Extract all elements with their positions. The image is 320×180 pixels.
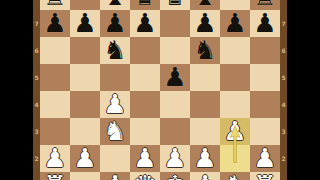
square-b7[interactable]: ♟ xyxy=(70,10,100,37)
piece-black-pawn[interactable]: ♟ xyxy=(250,10,280,37)
square-f5[interactable] xyxy=(190,64,220,91)
square-h7[interactable]: ♟ xyxy=(250,10,280,37)
square-g1[interactable]: ♞ xyxy=(220,172,250,180)
piece-black-knight[interactable]: ♞ xyxy=(100,37,130,64)
square-g2[interactable] xyxy=(220,145,250,172)
square-g6[interactable] xyxy=(220,37,250,64)
square-a4[interactable] xyxy=(40,91,70,118)
rank-label-5-left: 5 xyxy=(33,75,40,81)
rank-label-3-right: 3 xyxy=(280,129,287,135)
video-frame: ♜♝♛♚♝♜♟♟♟♟♟♟♟♞♞♟♟♞♟♟♟♟♟♟♟♜♝♛♚♝♞♜ 8765432… xyxy=(0,0,320,180)
square-f1[interactable]: ♝ xyxy=(190,172,220,180)
square-e3[interactable] xyxy=(160,118,190,145)
piece-white-king[interactable]: ♚ xyxy=(160,172,190,180)
square-b1[interactable] xyxy=(70,172,100,180)
square-d7[interactable]: ♟ xyxy=(130,10,160,37)
board-frame-left xyxy=(33,0,40,180)
piece-white-rook[interactable]: ♜ xyxy=(250,172,280,180)
piece-white-pawn[interactable]: ♟ xyxy=(160,145,190,172)
square-d3[interactable] xyxy=(130,118,160,145)
piece-white-knight[interactable]: ♞ xyxy=(100,118,130,145)
square-c1[interactable]: ♝ xyxy=(100,172,130,180)
square-b4[interactable] xyxy=(70,91,100,118)
rank-label-3-left: 3 xyxy=(33,129,40,135)
piece-black-pawn[interactable]: ♟ xyxy=(70,10,100,37)
square-a5[interactable] xyxy=(40,64,70,91)
piece-white-pawn[interactable]: ♟ xyxy=(130,145,160,172)
rank-label-7-right: 7 xyxy=(280,21,287,27)
square-e6[interactable] xyxy=(160,37,190,64)
rank-label-4-left: 4 xyxy=(33,102,40,108)
chess-board[interactable]: ♜♝♛♚♝♜♟♟♟♟♟♟♟♞♞♟♟♞♟♟♟♟♟♟♟♜♝♛♚♝♞♜ xyxy=(40,0,280,180)
square-f3[interactable] xyxy=(190,118,220,145)
square-d4[interactable] xyxy=(130,91,160,118)
piece-white-queen[interactable]: ♛ xyxy=(130,172,160,180)
square-h4[interactable] xyxy=(250,91,280,118)
square-e5[interactable]: ♟ xyxy=(160,64,190,91)
piece-white-pawn[interactable]: ♟ xyxy=(40,145,70,172)
square-a6[interactable] xyxy=(40,37,70,64)
square-a7[interactable]: ♟ xyxy=(40,10,70,37)
square-h3[interactable] xyxy=(250,118,280,145)
square-h2[interactable]: ♟ xyxy=(250,145,280,172)
square-a1[interactable]: ♜ xyxy=(40,172,70,180)
piece-white-pawn[interactable]: ♟ xyxy=(250,145,280,172)
board-frame-right xyxy=(280,0,287,180)
square-e4[interactable] xyxy=(160,91,190,118)
piece-white-pawn[interactable]: ♟ xyxy=(220,118,250,145)
piece-white-pawn[interactable]: ♟ xyxy=(70,145,100,172)
rank-label-7-left: 7 xyxy=(33,21,40,27)
square-f4[interactable] xyxy=(190,91,220,118)
rank-label-6-right: 6 xyxy=(280,48,287,54)
piece-black-knight[interactable]: ♞ xyxy=(190,37,220,64)
square-h5[interactable] xyxy=(250,64,280,91)
square-d5[interactable] xyxy=(130,64,160,91)
square-d2[interactable]: ♟ xyxy=(130,145,160,172)
piece-black-king[interactable]: ♚ xyxy=(160,0,190,10)
piece-white-rook[interactable]: ♜ xyxy=(40,172,70,180)
piece-white-bishop[interactable]: ♝ xyxy=(100,172,130,180)
piece-black-pawn[interactable]: ♟ xyxy=(190,10,220,37)
square-b6[interactable] xyxy=(70,37,100,64)
piece-white-knight[interactable]: ♞ xyxy=(220,172,250,180)
square-c4[interactable]: ♟ xyxy=(100,91,130,118)
square-a3[interactable] xyxy=(40,118,70,145)
rank-label-2-right: 2 xyxy=(280,156,287,162)
square-c6[interactable]: ♞ xyxy=(100,37,130,64)
piece-black-pawn[interactable]: ♟ xyxy=(220,10,250,37)
square-c3[interactable]: ♞ xyxy=(100,118,130,145)
piece-black-pawn[interactable]: ♟ xyxy=(40,10,70,37)
piece-black-pawn[interactable]: ♟ xyxy=(130,10,160,37)
square-h6[interactable] xyxy=(250,37,280,64)
square-f7[interactable]: ♟ xyxy=(190,10,220,37)
rank-label-4-right: 4 xyxy=(280,102,287,108)
square-e1[interactable]: ♚ xyxy=(160,172,190,180)
square-e7[interactable] xyxy=(160,10,190,37)
square-f2[interactable]: ♟ xyxy=(190,145,220,172)
rank-label-6-left: 6 xyxy=(33,48,40,54)
piece-black-pawn[interactable]: ♟ xyxy=(160,64,190,91)
square-h1[interactable]: ♜ xyxy=(250,172,280,180)
square-c5[interactable] xyxy=(100,64,130,91)
square-d6[interactable] xyxy=(130,37,160,64)
square-b2[interactable]: ♟ xyxy=(70,145,100,172)
square-c7[interactable]: ♟ xyxy=(100,10,130,37)
piece-black-pawn[interactable]: ♟ xyxy=(100,10,130,37)
square-b5[interactable] xyxy=(70,64,100,91)
square-d1[interactable]: ♛ xyxy=(130,172,160,180)
square-g7[interactable]: ♟ xyxy=(220,10,250,37)
square-f6[interactable]: ♞ xyxy=(190,37,220,64)
rank-label-2-left: 2 xyxy=(33,156,40,162)
square-g4[interactable] xyxy=(220,91,250,118)
piece-white-pawn[interactable]: ♟ xyxy=(190,145,220,172)
square-g5[interactable] xyxy=(220,64,250,91)
square-e8[interactable]: ♚ xyxy=(160,0,190,10)
square-a2[interactable]: ♟ xyxy=(40,145,70,172)
piece-white-pawn[interactable]: ♟ xyxy=(100,91,130,118)
rank-label-5-right: 5 xyxy=(280,75,287,81)
square-g3[interactable]: ♟ xyxy=(220,118,250,145)
piece-white-bishop[interactable]: ♝ xyxy=(190,172,220,180)
square-e2[interactable]: ♟ xyxy=(160,145,190,172)
square-b3[interactable] xyxy=(70,118,100,145)
square-c2[interactable] xyxy=(100,145,130,172)
